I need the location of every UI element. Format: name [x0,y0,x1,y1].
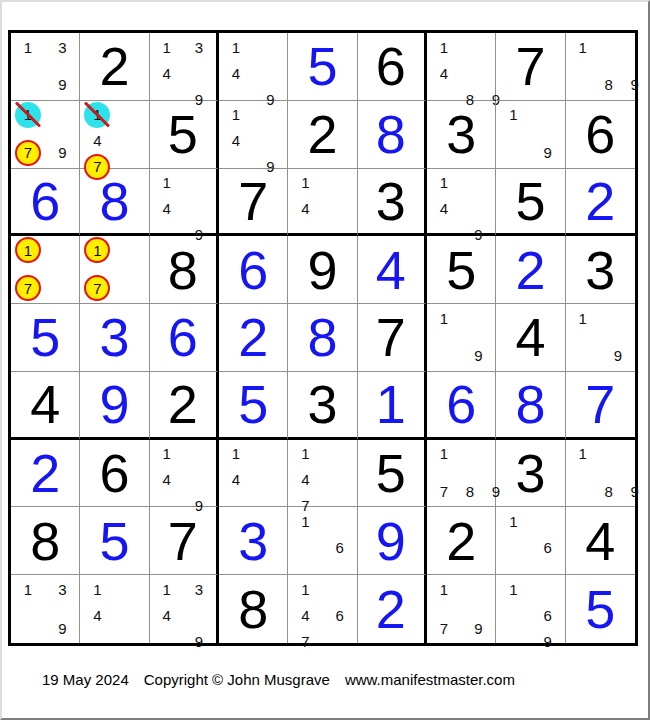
cell-r1c9[interactable]: 189 [566,33,635,101]
candidate-digit: 4 [84,128,110,154]
pencil-slot-1: 1 [431,305,457,331]
pencil-slot-9: 9 [49,72,75,98]
pencil-marks: 1789 [431,441,491,505]
cell-r7c7[interactable]: 1789 [427,440,496,508]
candidate-digit: 1 [431,34,457,60]
cell-r5c8[interactable]: 4 [496,304,565,372]
cell-r8c4[interactable]: 3 [219,507,288,575]
pencil-slot-6: 6 [535,534,561,560]
pencil-slot-3: 3 [49,34,75,60]
pencil-slot-3 [465,170,491,196]
cell-r1c6[interactable]: 6 [358,33,427,101]
cell-r7c2[interactable]: 6 [80,440,149,508]
candidate-digit: 9 [186,628,212,654]
pencil-slot-8 [526,560,534,572]
pencil-marks: 179 [15,102,75,166]
pencil-slot-2 [41,237,58,263]
cell-r8c5[interactable]: 16 [288,507,357,575]
candidate-digit: 8 [457,478,483,504]
pencil-slot-3 [257,102,283,128]
cell-r4c5[interactable]: 9 [288,236,357,304]
pencil-slot-8 [318,222,335,232]
pencil-marks: 149 [223,34,283,98]
candidate-digit: 7 [431,615,457,641]
pencil-slot-7 [15,615,41,641]
pencil-slot-5 [41,60,49,72]
pencil-slot-3 [127,576,144,602]
cell-r3c9[interactable]: 2 [566,169,635,237]
cell-r6c2[interactable]: 9 [80,372,149,440]
cell-r8c2[interactable]: 5 [80,507,149,575]
pencil-slot-9 [127,628,144,641]
pencil-slot-5 [457,602,465,615]
pencil-slot-8 [318,628,326,654]
cell-r5c6[interactable]: 7 [358,304,427,372]
candidate-digit: 9 [622,72,648,98]
pencil-slot-2 [457,576,465,602]
cell-r2c1[interactable]: 179 [11,101,80,169]
given-digit: 6 [99,446,129,500]
cell-r9c8[interactable]: 169 [496,575,565,643]
pencil-slot-1: 1 [292,170,318,196]
pencil-slot-8 [41,275,58,301]
solved-digit: 8 [307,310,337,364]
given-digit: 7 [376,310,406,364]
pencil-slot-3 [535,576,561,602]
pencil-slot-6 [465,602,491,615]
candidate-digit: 9 [49,615,75,641]
cell-r6c5[interactable]: 3 [288,372,357,440]
pencil-slot-5 [457,60,483,86]
cell-r8c7[interactable]: 2 [427,507,496,575]
given-digit: 7 [168,514,198,568]
pencil-marks: 179 [431,576,491,641]
given-digit: 8 [238,582,268,636]
solved-digit: 3 [99,310,129,364]
pencil-marks: 17 [15,237,75,301]
solved-digit: 5 [30,310,60,364]
pencil-slot-6 [257,60,283,86]
cell-r2c2[interactable]: 147 [80,101,149,169]
pencil-slot-2 [318,508,326,534]
candidate-digit: 4 [154,196,180,222]
pencil-slot-7: 7 [292,628,318,654]
cell-r1c1[interactable]: 139 [11,33,80,101]
solved-digit: 5 [99,514,129,568]
candidate-digit: 1 [292,576,318,602]
cell-r4c6[interactable]: 4 [358,236,427,304]
pencil-slot-9: 9 [535,628,561,654]
pencil-slot-4: 4 [223,128,249,154]
pencil-slot-6 [186,467,212,493]
pencil-marks: 19 [570,305,631,369]
pencil-slot-4: 4 [292,467,318,493]
candidate-digit: 4 [431,60,457,86]
pencil-slot-1: 1 [570,34,596,60]
pencil-slot-4 [500,534,526,560]
pencil-slot-4: 4 [431,60,457,86]
pencil-slot-4: 4 [223,467,249,493]
pencil-slot-2 [249,441,266,467]
cell-r3c6[interactable]: 3 [358,169,427,237]
pencil-slot-5 [318,196,335,222]
pencil-slot-4: 4 [292,602,318,628]
solved-digit: 6 [30,174,60,228]
cell-r7c1[interactable]: 2 [11,440,80,508]
pencil-slot-8 [596,343,605,369]
sudoku-grid: 1392134914956148971891791475149283196681… [8,30,638,646]
cell-r6c6[interactable]: 1 [358,372,427,440]
pencil-slot-2 [457,34,483,60]
pencil-slot-1: 1 [431,576,457,602]
candidate-cyan-struck: 1 [15,102,41,128]
candidate-digit: 4 [154,60,180,86]
pencil-slot-7 [15,72,41,98]
pencil-slot-9: 9 [605,343,631,369]
given-digit: 4 [30,377,60,431]
cell-r4c3[interactable]: 8 [150,236,219,304]
candidate-digit: 1 [292,508,318,534]
candidate-digit: 1 [431,441,457,467]
cell-r4c7[interactable]: 5 [427,236,496,304]
given-digit: 5 [168,107,198,161]
pencil-slot-1: 1 [154,34,180,60]
candidate-digit: 9 [465,615,491,641]
cell-r9c6[interactable]: 2 [358,575,427,643]
pencil-marks: 16 [292,508,352,572]
candidate-digit: 1 [500,576,526,602]
pencil-slot-9: 9 [535,140,561,166]
candidate-digit: 4 [154,602,180,628]
candidate-digit: 1 [570,441,596,467]
pencil-slot-4 [500,602,526,628]
solved-digit: 5 [585,582,615,636]
candidate-digit: 4 [223,60,249,86]
candidate-digit: 9 [49,140,75,166]
pencil-slot-2 [526,508,534,534]
pencil-slot-3 [535,508,561,534]
pencil-slot-8 [110,275,127,301]
pencil-slot-1: 1 [223,441,249,467]
pencil-slot-6: 6 [535,602,561,628]
pencil-slot-3: 3 [186,34,212,60]
given-digit: 3 [376,174,406,228]
pencil-slot-1: 1 [431,34,457,60]
pencil-marks: 1349 [154,576,212,641]
pencil-marks: 189 [570,34,631,98]
candidate-digit: 9 [605,343,631,369]
pencil-slot-1: 1 [15,237,41,263]
cell-r3c1[interactable]: 6 [11,169,80,237]
pencil-slot-4 [570,60,596,72]
solved-digit: 5 [238,377,268,431]
pencil-slot-8 [110,628,127,641]
solved-digit: 8 [376,107,406,161]
cell-r6c4[interactable]: 5 [219,372,288,440]
pencil-marks: 19 [431,305,491,369]
pencil-slot-8 [318,560,326,572]
pencil-slot-5 [526,534,534,560]
candidate-yellow-circled: 7 [84,275,110,301]
cell-r2c6[interactable]: 8 [358,101,427,169]
cell-r3c7[interactable]: 149 [427,169,496,237]
cell-r1c8[interactable]: 7 [496,33,565,101]
cell-r7c5[interactable]: 147 [288,440,357,508]
pencil-slot-2 [41,576,49,602]
pencil-slot-9 [335,222,352,232]
pencil-slot-1: 1 [84,237,110,263]
cell-r6c9[interactable]: 7 [566,372,635,440]
cell-r2c4[interactable]: 149 [219,101,288,169]
pencil-slot-1: 1 [84,576,110,602]
cell-r8c1[interactable]: 8 [11,507,80,575]
cell-r2c3[interactable]: 5 [150,101,219,169]
pencil-slot-4 [500,128,526,140]
pencil-marks: 14 [223,441,283,505]
pencil-slot-7 [292,560,318,572]
footer: 19 May 2024 Copyright © John Musgrave ww… [42,671,515,688]
pencil-slot-9: 9 [465,615,491,641]
cell-r6c8[interactable]: 8 [496,372,565,440]
pencil-slot-6 [535,128,561,140]
cell-r2c7[interactable]: 3 [427,101,496,169]
cell-r8c3[interactable]: 7 [150,507,219,575]
pencil-slot-5 [318,467,335,493]
pencil-slot-8 [457,343,465,369]
cell-r6c1[interactable]: 4 [11,372,80,440]
given-digit: 3 [446,107,476,161]
pencil-slot-4: 4 [154,602,180,628]
pencil-slot-7 [570,343,596,369]
cell-r8c9[interactable]: 4 [566,507,635,575]
cell-r7c3[interactable]: 149 [150,440,219,508]
given-digit: 2 [446,514,476,568]
given-digit: 8 [168,243,198,297]
pencil-slot-5 [41,263,58,275]
cell-r8c8[interactable]: 16 [496,507,565,575]
solved-digit: 9 [376,514,406,568]
cell-r3c8[interactable]: 5 [496,169,565,237]
cell-r1c7[interactable]: 1489 [427,33,496,101]
pencil-slot-5 [318,602,326,628]
candidate-digit: 4 [223,128,249,154]
pencil-marks: 147 [84,102,144,166]
candidate-digit: 9 [535,628,561,654]
pencil-slot-1: 1 [223,102,249,128]
cell-r4c9[interactable]: 3 [566,236,635,304]
cell-r2c9[interactable]: 6 [566,101,635,169]
pencil-slot-8 [526,140,534,166]
pencil-slot-7 [500,628,526,654]
cell-r9c4[interactable]: 8 [219,575,288,643]
cell-r5c9[interactable]: 19 [566,304,635,372]
solved-digit: 5 [307,39,337,93]
pencil-slot-9: 9 [622,478,648,504]
pencil-slot-4: 4 [431,196,457,222]
pencil-slot-7 [84,628,110,641]
cell-r3c4[interactable]: 7 [219,169,288,237]
pencil-marks: 147 [292,441,352,505]
candidate-digit: 4 [431,196,457,222]
pencil-slot-9 [266,493,283,505]
given-digit: 2 [99,39,129,93]
pencil-slot-5 [249,60,257,86]
cell-r5c1[interactable]: 5 [11,304,80,372]
pencil-slot-7 [223,493,249,505]
cell-r2c5[interactable]: 2 [288,101,357,169]
cell-r1c5[interactable]: 5 [288,33,357,101]
candidate-digit: 7 [292,628,318,654]
pencil-slot-3 [266,441,283,467]
pencil-slot-3 [58,237,75,263]
solved-digit: 2 [515,243,545,297]
pencil-slot-6 [465,196,491,222]
cell-r7c9[interactable]: 189 [566,440,635,508]
pencil-slot-5 [596,60,622,72]
cell-r9c1[interactable]: 139 [11,575,80,643]
candidate-digit: 8 [596,478,622,504]
pencil-slot-5 [110,263,127,275]
pencil-slot-6 [605,331,631,343]
pencil-slot-3 [327,576,353,602]
candidate-digit: 6 [535,534,561,560]
pencil-slot-3 [605,305,631,331]
cell-r9c5[interactable]: 1467 [288,575,357,643]
cell-r5c5[interactable]: 8 [288,304,357,372]
cell-r6c3[interactable]: 2 [150,372,219,440]
solved-digit: 2 [585,174,615,228]
pencil-slot-7 [292,222,318,232]
cell-r4c8[interactable]: 2 [496,236,565,304]
pencil-marks: 14 [84,576,144,641]
candidate-yellow-circled: 7 [15,275,41,301]
pencil-slot-9: 9 [622,72,648,98]
pencil-slot-3: 3 [49,576,75,602]
pencil-slot-5 [110,128,127,154]
cell-r7c6[interactable]: 5 [358,440,427,508]
cell-r8c6[interactable]: 9 [358,507,427,575]
pencil-slot-7: 7 [431,615,457,641]
pencil-slot-6 [49,128,75,140]
given-digit: 5 [515,174,545,228]
cell-r5c3[interactable]: 6 [150,304,219,372]
pencil-slot-3 [465,305,491,331]
given-digit: 7 [238,174,268,228]
pencil-slot-3 [335,441,352,467]
pencil-marks: 1489 [431,34,491,98]
footer-date: 19 May 2024 [42,671,129,688]
pencil-slot-7 [500,560,526,572]
pencil-slot-9: 9 [49,140,75,166]
cell-r3c2[interactable]: 8 [80,169,149,237]
pencil-slot-1: 1 [292,576,318,602]
pencil-slot-4 [570,331,596,343]
pencil-slot-4: 4 [223,60,249,86]
candidate-digit: 8 [596,72,622,98]
pencil-slot-2 [41,102,49,128]
pencil-slot-1: 1 [570,441,596,467]
pencil-slot-1: 1 [570,305,596,331]
pencil-slot-2 [110,576,127,602]
cell-r4c2[interactable]: 17 [80,236,149,304]
cell-r5c7[interactable]: 19 [427,304,496,372]
cell-r3c5[interactable]: 14 [288,169,357,237]
candidate-digit: 3 [49,576,75,602]
cell-r5c2[interactable]: 3 [80,304,149,372]
cell-r7c4[interactable]: 14 [219,440,288,508]
given-digit: 2 [168,377,198,431]
pencil-marks: 14 [292,170,352,232]
cell-r6c7[interactable]: 6 [427,372,496,440]
pencil-slot-4 [15,602,41,615]
cell-r3c3[interactable]: 149 [150,169,219,237]
cell-r9c3[interactable]: 1349 [150,575,219,643]
candidate-digit: 3 [49,34,75,60]
pencil-slot-9 [327,560,353,572]
cell-r5c4[interactable]: 2 [219,304,288,372]
cell-r4c1[interactable]: 17 [11,236,80,304]
pencil-slot-7: 7 [431,478,457,504]
candidate-digit: 3 [186,34,212,60]
candidate-digit: 6 [535,602,561,628]
cell-r9c7[interactable]: 179 [427,575,496,643]
pencil-slot-4 [84,263,110,275]
cell-r9c9[interactable]: 5 [566,575,635,643]
pencil-slot-6 [127,128,144,154]
candidate-digit: 9 [535,140,561,166]
pencil-slot-5 [526,128,534,140]
given-digit: 4 [585,514,615,568]
cell-r7c8[interactable]: 3 [496,440,565,508]
pencil-slot-5 [318,534,326,560]
pencil-slot-8 [249,493,266,505]
given-digit: 6 [376,39,406,93]
footer-website-link[interactable]: www.manifestmaster.com [345,671,515,688]
candidate-digit: 4 [292,602,318,628]
cell-r4c4[interactable]: 6 [219,236,288,304]
pencil-slot-4: 4 [154,60,180,86]
pencil-slot-4: 4 [292,196,318,222]
pencil-slot-7: 7 [15,140,41,166]
cell-r1c2[interactable]: 2 [80,33,149,101]
pencil-slot-2 [249,102,257,128]
candidate-digit: 1 [292,170,318,196]
pencil-slot-5 [526,602,534,628]
given-digit: 4 [515,310,545,364]
cell-r1c4[interactable]: 149 [219,33,288,101]
cell-r1c3[interactable]: 1349 [150,33,219,101]
pencil-slot-9: 9 [49,615,75,641]
candidate-digit: 1 [223,34,249,60]
candidate-digit: 9 [465,343,491,369]
pencil-slot-6 [186,196,212,222]
pencil-slot-9 [127,275,144,301]
cell-r9c2[interactable]: 14 [80,575,149,643]
pencil-slot-2 [457,441,483,467]
candidate-digit: 1 [431,576,457,602]
pencil-slot-1: 1 [154,441,180,467]
pencil-slot-1: 1 [431,441,457,467]
cell-r2c8[interactable]: 19 [496,101,565,169]
pencil-slot-5 [41,602,49,615]
pencil-slot-4 [15,263,41,275]
candidate-digit: 1 [431,305,457,331]
solved-digit: 6 [238,243,268,297]
pencil-marks: 16 [500,508,560,572]
given-digit: 3 [585,243,615,297]
pencil-marks: 1467 [292,576,352,641]
pencil-slot-7 [570,72,596,98]
